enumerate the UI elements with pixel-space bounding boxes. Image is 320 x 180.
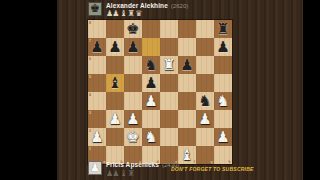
subscribe-reminder-text: DON'T FORGET TO SUBSCRIBE	[171, 167, 254, 172]
video-frame: ♚ Alexander Alekhine (2620) ♟♟ ♝ ♜ ♛ 8♚♜…	[0, 0, 320, 180]
file-coordinate-label: g	[211, 160, 213, 164]
square-b5: ♝	[106, 74, 124, 92]
white-player-avatar: ♟	[88, 161, 102, 175]
square-b8	[106, 20, 124, 38]
square-d2: ♞	[142, 128, 160, 146]
white-king-c2: ♚	[124, 128, 142, 146]
square-e6: ♜	[160, 56, 178, 74]
square-b7: ♟	[106, 38, 124, 56]
square-h8: ♜	[214, 20, 232, 38]
square-f2	[178, 128, 196, 146]
white-knight-h4: ♞	[214, 92, 232, 110]
white-rook-e6: ♜	[160, 56, 178, 74]
square-b4	[106, 92, 124, 110]
square-e7	[160, 38, 178, 56]
white-knight-d2: ♞	[142, 128, 160, 146]
black-knight-g4: ♞	[196, 92, 214, 110]
black-player-avatar: ♚	[88, 2, 102, 16]
square-g2	[196, 128, 214, 146]
square-c5	[124, 74, 142, 92]
square-b3: ♟	[106, 110, 124, 128]
square-d7	[142, 38, 160, 56]
square-g6	[196, 56, 214, 74]
square-h6	[214, 56, 232, 74]
square-h3	[214, 110, 232, 128]
square-f1: f♝	[178, 146, 196, 164]
square-c2: ♚	[124, 128, 142, 146]
square-g8	[196, 20, 214, 38]
black-knight-d6: ♞	[142, 56, 160, 74]
captured-white-pieces-tray: ♟♟ ♝ ♜ ♛	[106, 10, 188, 18]
square-h2: ♟	[214, 128, 232, 146]
square-g3: ♟	[196, 110, 214, 128]
chess-board: 8♚♜7♟♟♟♟6♞♜♟5♝♟4♟♞♞3♟♟♟2♟♚♞♟1abcdef♝gh	[88, 20, 232, 164]
square-g7	[196, 38, 214, 56]
square-f3	[178, 110, 196, 128]
square-e2	[160, 128, 178, 146]
player-bar-bottom: ♟ Fricis Apsenieks (2430) ♟♟ ♝ ♜	[88, 161, 179, 178]
square-c8: ♚	[124, 20, 142, 38]
black-pawn-h7: ♟	[214, 38, 232, 56]
square-h1: h	[214, 146, 232, 164]
square-g5	[196, 74, 214, 92]
black-pawn-a7: ♟	[88, 38, 106, 56]
square-e3	[160, 110, 178, 128]
square-d5: ♟	[142, 74, 160, 92]
rank-coordinate-label: 4	[89, 93, 91, 97]
rank-coordinate-label: 8	[89, 21, 91, 25]
square-d3	[142, 110, 160, 128]
square-f7	[178, 38, 196, 56]
bottom-player-name: Fricis Apsenieks	[106, 161, 159, 168]
square-f8	[178, 20, 196, 38]
file-coordinate-label: h	[229, 160, 231, 164]
square-h4: ♞	[214, 92, 232, 110]
square-f4	[178, 92, 196, 110]
square-h5	[214, 74, 232, 92]
square-a7: 7♟	[88, 38, 106, 56]
square-a6: 6	[88, 56, 106, 74]
square-a4: 4	[88, 92, 106, 110]
white-pawn-b3: ♟	[106, 110, 124, 128]
square-c6	[124, 56, 142, 74]
black-king-c8: ♚	[124, 20, 142, 38]
square-c4	[124, 92, 142, 110]
square-g4: ♞	[196, 92, 214, 110]
square-c3: ♟	[124, 110, 142, 128]
white-bishop-f1: ♝	[178, 146, 196, 164]
square-e4	[160, 92, 178, 110]
black-pawn-c7: ♟	[124, 38, 142, 56]
top-player-rating: (2620)	[171, 3, 188, 9]
square-d4: ♟	[142, 92, 160, 110]
square-f5	[178, 74, 196, 92]
black-pawn-f6: ♟	[178, 56, 196, 74]
black-bishop-b5: ♝	[106, 74, 124, 92]
square-f6: ♟	[178, 56, 196, 74]
rank-coordinate-label: 6	[89, 57, 91, 61]
square-b6	[106, 56, 124, 74]
rank-coordinate-label: 5	[89, 75, 91, 79]
white-pawn-h2: ♟	[214, 128, 232, 146]
square-d6: ♞	[142, 56, 160, 74]
black-king-avatar-icon: ♚	[90, 2, 100, 16]
square-h7: ♟	[214, 38, 232, 56]
square-a5: 5	[88, 74, 106, 92]
square-c7: ♟	[124, 38, 142, 56]
captured-black-pieces-tray: ♟♟ ♝ ♜	[106, 170, 179, 178]
top-player-name: Alexander Alekhine	[106, 2, 168, 9]
square-e8	[160, 20, 178, 38]
rank-coordinate-label: 1	[89, 147, 91, 151]
square-a3: 3	[88, 110, 106, 128]
white-pawn-a2: ♟	[88, 128, 106, 146]
black-rook-h8: ♜	[214, 20, 232, 38]
player-bar-top: ♚ Alexander Alekhine (2620) ♟♟ ♝ ♜ ♛	[88, 2, 188, 18]
white-pawn-d4: ♟	[142, 92, 160, 110]
white-pawn-avatar-icon: ♟	[90, 161, 100, 175]
rank-coordinate-label: 3	[89, 111, 91, 115]
square-a2: 2♟	[88, 128, 106, 146]
square-e5	[160, 74, 178, 92]
black-pawn-b7: ♟	[106, 38, 124, 56]
square-b2	[106, 128, 124, 146]
square-a8: 8	[88, 20, 106, 38]
black-pawn-d5: ♟	[142, 74, 160, 92]
white-pawn-c3: ♟	[124, 110, 142, 128]
white-pawn-g3: ♟	[196, 110, 214, 128]
square-g1: g	[196, 146, 214, 164]
square-d8	[142, 20, 160, 38]
